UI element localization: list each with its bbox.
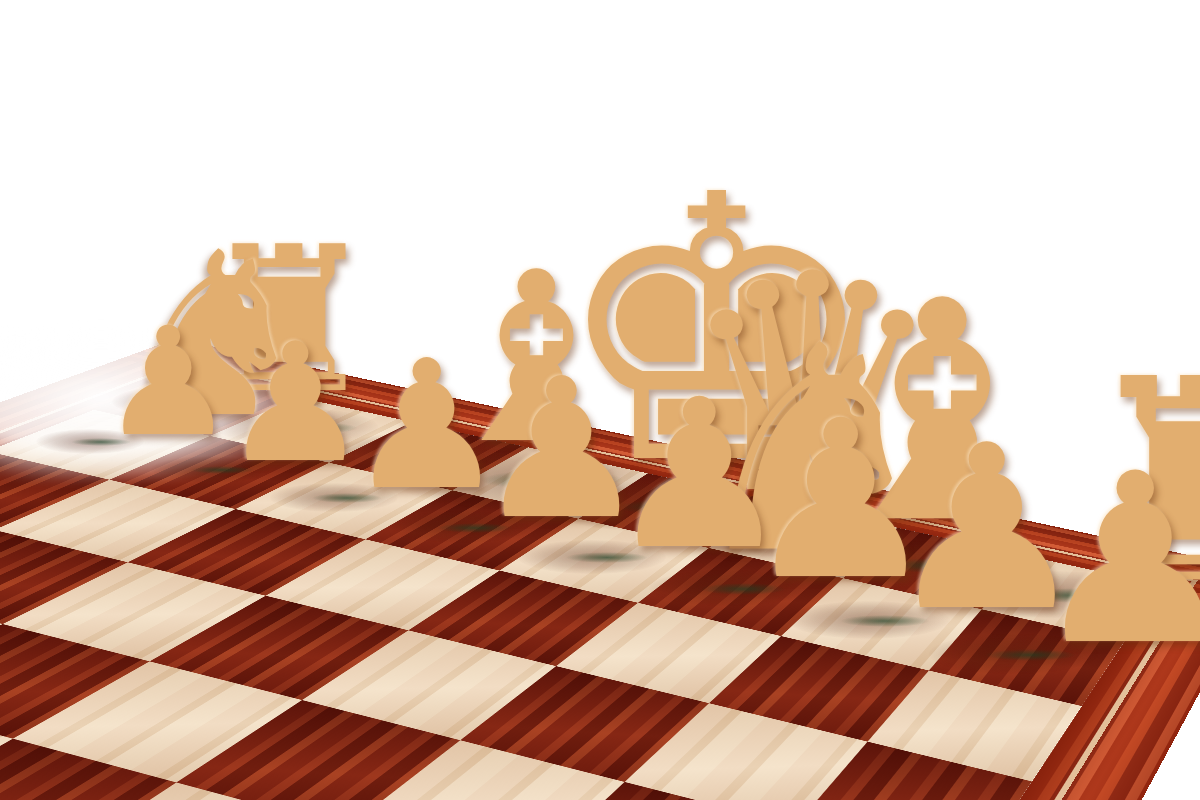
chess-set-photo: ♜♞♝♚♛♝♞♜♟♟♟♟♟♟♟♟ [0, 0, 1200, 800]
